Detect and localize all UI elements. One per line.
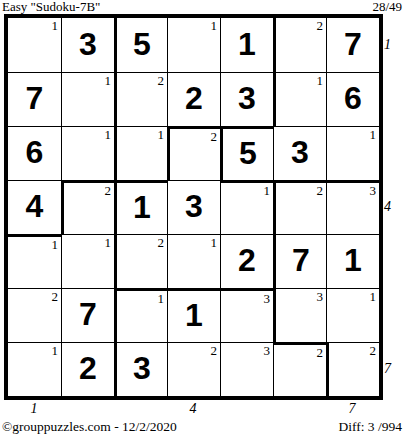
- cell-r7c3: 3: [114, 342, 167, 396]
- cell-r2c1: 7: [8, 72, 61, 126]
- pencil-mark: 3: [264, 343, 271, 358]
- sudoku-grid: 1351127712231661125314213123112127127113…: [4, 14, 383, 400]
- cell-r1c7: 7: [326, 18, 379, 72]
- cell-r3c2: 1: [61, 126, 114, 180]
- pencil-mark: 2: [105, 183, 112, 198]
- cell-r7c1: 1: [8, 342, 61, 396]
- cell-r2c6: 1: [273, 72, 326, 126]
- pencil-mark: 3: [264, 291, 271, 306]
- given-digit: 2: [238, 244, 256, 279]
- cell-r1c2: 3: [61, 18, 114, 72]
- cell-r1c5: 1: [220, 18, 273, 72]
- pencil-mark: 2: [52, 289, 59, 304]
- pencil-mark: 3: [370, 183, 377, 198]
- cell-r3c7: 1: [326, 126, 379, 180]
- puzzle-page: Easy "Sudoku-7B" 28/49 13511277122316611…: [0, 0, 403, 437]
- cell-r5c7: 1: [326, 234, 379, 288]
- cell-r6c3: 1: [114, 288, 167, 342]
- cell-r7c6: 2: [273, 342, 326, 396]
- pencil-mark: 2: [211, 343, 218, 358]
- footer: ©grouppuzzles.com - 12/2/2020 Diff: 3 /9…: [0, 419, 403, 434]
- given-digit: 4: [26, 190, 44, 225]
- pencil-mark: 1: [52, 18, 59, 33]
- pencil-mark: 1: [211, 18, 218, 33]
- cell-r4c6: 2: [273, 180, 326, 234]
- given-digit: 3: [133, 352, 151, 387]
- pencil-mark: 3: [317, 289, 324, 304]
- cell-r5c6: 7: [273, 234, 326, 288]
- cell-r6c1: 2: [8, 288, 61, 342]
- cell-r7c5: 3: [220, 342, 273, 396]
- puzzle-title: Easy "Sudoku-7B": [0, 0, 100, 13]
- cell-r5c1: 1: [8, 234, 61, 288]
- cell-r3c6: 3: [273, 126, 326, 180]
- pencil-mark: 2: [211, 129, 218, 144]
- cell-r3c1: 6: [8, 126, 61, 180]
- cell-r1c3: 5: [114, 18, 167, 72]
- cell-r2c2: 1: [61, 72, 114, 126]
- pencil-mark: 2: [317, 183, 324, 198]
- row-label-7: 7: [384, 362, 402, 376]
- pencil-mark: 2: [158, 235, 165, 250]
- given-digit: 1: [238, 28, 256, 63]
- pencil-mark: 1: [105, 235, 112, 250]
- cell-r7c2: 2: [61, 342, 114, 396]
- cell-r5c3: 2: [114, 234, 167, 288]
- pencil-mark: 1: [52, 237, 59, 252]
- given-digit: 3: [238, 82, 256, 117]
- given-digit: 6: [26, 136, 44, 171]
- row-label-4: 4: [384, 200, 402, 214]
- cell-r6c4: 1: [167, 288, 220, 342]
- empty-cell-counter: 28/49: [372, 0, 403, 13]
- cell-r4c3: 1: [114, 180, 167, 234]
- given-digit: 3: [185, 190, 203, 225]
- given-digit: 5: [133, 28, 151, 63]
- cell-r7c7: 2: [326, 342, 379, 396]
- cell-r4c1: 4: [8, 180, 61, 234]
- given-digit: 5: [239, 137, 257, 172]
- col-label-4: 4: [190, 401, 197, 416]
- pencil-mark: 1: [317, 73, 324, 88]
- pencil-mark: 1: [370, 289, 377, 304]
- cell-r2c3: 2: [114, 72, 167, 126]
- pencil-mark: 2: [158, 73, 165, 88]
- cell-r1c6: 2: [273, 18, 326, 72]
- pencil-mark: 1: [211, 235, 218, 250]
- cell-r2c7: 6: [326, 72, 379, 126]
- given-digit: 6: [344, 82, 362, 117]
- cell-r5c5: 2: [220, 234, 273, 288]
- pencil-mark: 2: [317, 345, 324, 360]
- pencil-mark: 1: [105, 127, 112, 142]
- cell-r2c5: 3: [220, 72, 273, 126]
- cell-r1c1: 1: [8, 18, 61, 72]
- given-digit: 2: [79, 352, 97, 387]
- given-digit: 3: [79, 28, 97, 63]
- pencil-mark: 1: [105, 73, 112, 88]
- cell-r6c2: 7: [61, 288, 114, 342]
- cell-r5c2: 1: [61, 234, 114, 288]
- given-digit: 1: [185, 299, 203, 334]
- given-digit: 7: [26, 82, 44, 117]
- given-digit: 7: [292, 244, 310, 279]
- given-digit: 3: [291, 136, 309, 171]
- pencil-mark: 2: [317, 18, 324, 33]
- given-digit: 2: [185, 82, 203, 117]
- cell-r6c6: 3: [273, 288, 326, 342]
- cell-r3c3: 1: [114, 126, 167, 180]
- cell-r4c7: 3: [326, 180, 379, 234]
- given-digit: 7: [79, 298, 97, 333]
- pencil-mark: 1: [264, 183, 271, 198]
- cell-r3c5: 5: [220, 126, 273, 180]
- difficulty-text: Diff: 3 /994: [339, 419, 403, 434]
- col-label-1: 1: [31, 401, 38, 416]
- header: Easy "Sudoku-7B" 28/49: [0, 0, 403, 14]
- pencil-mark: 1: [370, 127, 377, 142]
- given-digit: 1: [133, 191, 151, 226]
- pencil-mark: 1: [52, 343, 59, 358]
- cell-r7c4: 2: [167, 342, 220, 396]
- cell-r5c4: 1: [167, 234, 220, 288]
- pencil-mark: 1: [158, 291, 165, 306]
- cell-r6c7: 1: [326, 288, 379, 342]
- pencil-mark: 2: [370, 343, 377, 358]
- cell-r3c4: 2: [167, 126, 220, 180]
- cell-r4c5: 1: [220, 180, 273, 234]
- cell-r4c4: 3: [167, 180, 220, 234]
- given-digit: 1: [344, 244, 362, 279]
- cell-r2c4: 2: [167, 72, 220, 126]
- copyright-text: ©grouppuzzles.com - 12/2/2020: [0, 419, 177, 434]
- pencil-mark: 1: [158, 127, 165, 142]
- col-label-7: 7: [349, 401, 356, 416]
- cell-r4c2: 2: [61, 180, 114, 234]
- row-label-1: 1: [384, 38, 402, 52]
- cell-r1c4: 1: [167, 18, 220, 72]
- cell-r6c5: 3: [220, 288, 273, 342]
- given-digit: 7: [344, 28, 362, 63]
